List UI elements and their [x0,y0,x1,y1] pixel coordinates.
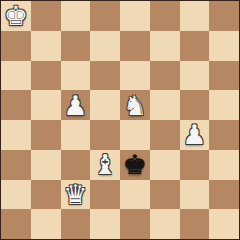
square-e3[interactable]: ♚ [120,150,150,180]
square-e4[interactable] [120,120,150,150]
piece-white-pawn[interactable]: ♟ [63,92,87,119]
square-c7[interactable] [61,31,91,61]
square-h4[interactable] [209,120,239,150]
square-a2[interactable] [1,180,31,210]
square-g8[interactable] [180,1,210,31]
square-d1[interactable] [90,209,120,239]
square-h8[interactable] [209,1,239,31]
square-a8[interactable]: ♚ [1,1,31,31]
square-h5[interactable] [209,90,239,120]
square-h2[interactable] [209,180,239,210]
piece-black-king[interactable]: ♚ [123,151,147,178]
piece-white-knight[interactable]: ♞ [123,92,147,119]
square-a3[interactable] [1,150,31,180]
square-d4[interactable] [90,120,120,150]
square-b4[interactable] [31,120,61,150]
square-h6[interactable] [209,61,239,91]
square-g7[interactable] [180,31,210,61]
square-c1[interactable] [61,209,91,239]
square-e8[interactable] [120,1,150,31]
piece-white-bishop[interactable]: ♝ [93,151,117,178]
square-e7[interactable] [120,31,150,61]
square-d5[interactable] [90,90,120,120]
square-g1[interactable] [180,209,210,239]
square-e5[interactable]: ♞ [120,90,150,120]
square-h7[interactable] [209,31,239,61]
square-d8[interactable] [90,1,120,31]
square-b3[interactable] [31,150,61,180]
square-a5[interactable] [1,90,31,120]
square-g3[interactable] [180,150,210,180]
square-b1[interactable] [31,209,61,239]
piece-white-pawn[interactable]: ♟ [182,121,206,148]
square-e2[interactable] [120,180,150,210]
square-c5[interactable]: ♟ [61,90,91,120]
piece-white-queen[interactable]: ♛ [63,181,87,208]
square-c6[interactable] [61,61,91,91]
square-b7[interactable] [31,31,61,61]
square-e6[interactable] [120,61,150,91]
square-b5[interactable] [31,90,61,120]
square-d6[interactable] [90,61,120,91]
square-e1[interactable] [120,209,150,239]
square-d7[interactable] [90,31,120,61]
square-h1[interactable] [209,209,239,239]
square-g4[interactable]: ♟ [180,120,210,150]
square-f7[interactable] [150,31,180,61]
square-b2[interactable] [31,180,61,210]
square-a7[interactable] [1,31,31,61]
square-c3[interactable] [61,150,91,180]
square-f6[interactable] [150,61,180,91]
square-f3[interactable] [150,150,180,180]
square-h3[interactable] [209,150,239,180]
square-d2[interactable] [90,180,120,210]
square-g2[interactable] [180,180,210,210]
square-f2[interactable] [150,180,180,210]
square-b6[interactable] [31,61,61,91]
square-g6[interactable] [180,61,210,91]
square-f5[interactable] [150,90,180,120]
square-b8[interactable] [31,1,61,31]
square-g5[interactable] [180,90,210,120]
square-f8[interactable] [150,1,180,31]
square-c2[interactable]: ♛ [61,180,91,210]
square-f4[interactable] [150,120,180,150]
chess-board: ♚♟♞♟♝♚♛ [0,0,240,240]
square-a1[interactable] [1,209,31,239]
square-c4[interactable] [61,120,91,150]
square-a4[interactable] [1,120,31,150]
square-c8[interactable] [61,1,91,31]
square-f1[interactable] [150,209,180,239]
square-a6[interactable] [1,61,31,91]
piece-white-king[interactable]: ♚ [4,2,28,29]
square-d3[interactable]: ♝ [90,150,120,180]
